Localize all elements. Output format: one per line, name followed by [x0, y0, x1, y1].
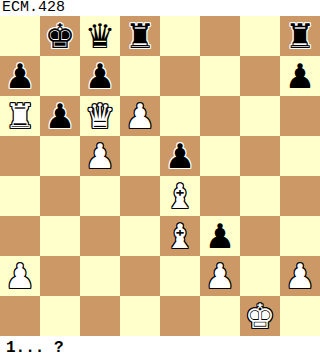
black-pawn-f3: ♟ — [200, 216, 240, 256]
square-e2[interactable] — [160, 256, 200, 296]
square-f5[interactable] — [200, 136, 240, 176]
square-a3[interactable] — [0, 216, 40, 256]
white-rook-a6: ♜ — [0, 96, 40, 136]
square-h2[interactable]: ♟ — [280, 256, 320, 296]
square-b6[interactable]: ♟ — [40, 96, 80, 136]
square-b2[interactable] — [40, 256, 80, 296]
white-pawn-a2: ♟ — [0, 256, 40, 296]
square-h4[interactable] — [280, 176, 320, 216]
white-bishop-e4: ♝ — [160, 176, 200, 216]
square-g3[interactable] — [240, 216, 280, 256]
square-f8[interactable] — [200, 16, 240, 56]
square-c4[interactable] — [80, 176, 120, 216]
square-e8[interactable] — [160, 16, 200, 56]
square-g8[interactable] — [240, 16, 280, 56]
black-pawn-b6: ♟ — [40, 96, 80, 136]
square-h8[interactable]: ♜ — [280, 16, 320, 56]
square-c3[interactable] — [80, 216, 120, 256]
square-h1[interactable] — [280, 296, 320, 336]
square-h6[interactable] — [280, 96, 320, 136]
black-pawn-c7: ♟ — [80, 56, 120, 96]
square-e5[interactable]: ♟ — [160, 136, 200, 176]
square-c6[interactable]: ♛ — [80, 96, 120, 136]
square-c1[interactable] — [80, 296, 120, 336]
square-a5[interactable] — [0, 136, 40, 176]
chess-puzzle-app: ECM.428 ♚♛♜♜♟♟♟♜♟♛♟♟♟♝♝♟♟♟♟♚ 1... ? — [0, 0, 320, 360]
square-b1[interactable] — [40, 296, 80, 336]
square-d6[interactable]: ♟ — [120, 96, 160, 136]
square-c5[interactable]: ♟ — [80, 136, 120, 176]
white-king-g1: ♚ — [240, 296, 280, 336]
black-rook-d8: ♜ — [120, 16, 160, 56]
black-king-b8: ♚ — [40, 16, 80, 56]
square-b7[interactable] — [40, 56, 80, 96]
square-g1[interactable]: ♚ — [240, 296, 280, 336]
square-b5[interactable] — [40, 136, 80, 176]
square-c7[interactable]: ♟ — [80, 56, 120, 96]
square-f1[interactable] — [200, 296, 240, 336]
black-queen-c8: ♛ — [80, 16, 120, 56]
square-f2[interactable]: ♟ — [200, 256, 240, 296]
white-pawn-f2: ♟ — [200, 256, 240, 296]
square-g6[interactable] — [240, 96, 280, 136]
puzzle-id: ECM.428 — [0, 0, 320, 16]
square-a6[interactable]: ♜ — [0, 96, 40, 136]
square-d1[interactable] — [120, 296, 160, 336]
square-a4[interactable] — [0, 176, 40, 216]
square-a2[interactable]: ♟ — [0, 256, 40, 296]
white-pawn-c5: ♟ — [80, 136, 120, 176]
square-a8[interactable] — [0, 16, 40, 56]
square-g5[interactable] — [240, 136, 280, 176]
white-queen-c6: ♛ — [80, 96, 120, 136]
square-e3[interactable]: ♝ — [160, 216, 200, 256]
square-e7[interactable] — [160, 56, 200, 96]
square-d3[interactable] — [120, 216, 160, 256]
square-a7[interactable]: ♟ — [0, 56, 40, 96]
square-h5[interactable] — [280, 136, 320, 176]
square-c8[interactable]: ♛ — [80, 16, 120, 56]
square-e1[interactable] — [160, 296, 200, 336]
square-d5[interactable] — [120, 136, 160, 176]
square-g2[interactable] — [240, 256, 280, 296]
square-f3[interactable]: ♟ — [200, 216, 240, 256]
square-b4[interactable] — [40, 176, 80, 216]
square-f6[interactable] — [200, 96, 240, 136]
black-pawn-a7: ♟ — [0, 56, 40, 96]
chess-board: ♚♛♜♜♟♟♟♜♟♛♟♟♟♝♝♟♟♟♟♚ — [0, 16, 320, 336]
square-d8[interactable]: ♜ — [120, 16, 160, 56]
square-h3[interactable] — [280, 216, 320, 256]
square-g7[interactable] — [240, 56, 280, 96]
square-c2[interactable] — [80, 256, 120, 296]
square-h7[interactable]: ♟ — [280, 56, 320, 96]
square-b3[interactable] — [40, 216, 80, 256]
square-e4[interactable]: ♝ — [160, 176, 200, 216]
square-d7[interactable] — [120, 56, 160, 96]
square-e6[interactable] — [160, 96, 200, 136]
square-f4[interactable] — [200, 176, 240, 216]
white-pawn-h2: ♟ — [280, 256, 320, 296]
black-pawn-h7: ♟ — [280, 56, 320, 96]
black-pawn-e5: ♟ — [160, 136, 200, 176]
square-f7[interactable] — [200, 56, 240, 96]
white-pawn-d6: ♟ — [120, 96, 160, 136]
square-g4[interactable] — [240, 176, 280, 216]
square-b8[interactable]: ♚ — [40, 16, 80, 56]
square-d4[interactable] — [120, 176, 160, 216]
white-bishop-e3: ♝ — [160, 216, 200, 256]
move-prompt: 1... ? — [0, 336, 320, 360]
square-d2[interactable] — [120, 256, 160, 296]
square-a1[interactable] — [0, 296, 40, 336]
black-rook-h8: ♜ — [280, 16, 320, 56]
